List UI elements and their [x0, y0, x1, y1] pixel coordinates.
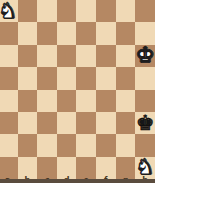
chess-board: ♞♚♚♞: [0, 0, 155, 179]
square-b3[interactable]: [18, 112, 38, 134]
square-g3[interactable]: [116, 112, 136, 134]
square-g8[interactable]: [116, 0, 136, 22]
square-h7[interactable]: [135, 22, 155, 44]
square-d3[interactable]: [57, 112, 77, 134]
square-g5[interactable]: [116, 67, 136, 89]
square-a6[interactable]: [0, 45, 18, 67]
square-b2[interactable]: [18, 134, 38, 156]
square-c3[interactable]: [37, 112, 57, 134]
square-b7[interactable]: [18, 22, 38, 44]
square-e2[interactable]: [76, 134, 96, 156]
square-h3[interactable]: ♚: [135, 112, 155, 134]
square-e4[interactable]: [76, 90, 96, 112]
square-f3[interactable]: [96, 112, 116, 134]
square-c2[interactable]: [37, 134, 57, 156]
square-a4[interactable]: [0, 90, 18, 112]
white-knight-piece[interactable]: ♞: [0, 1, 17, 22]
square-c8[interactable]: [37, 0, 57, 22]
square-e3[interactable]: [76, 112, 96, 134]
square-g7[interactable]: [116, 22, 136, 44]
square-h4[interactable]: [135, 90, 155, 112]
square-f6[interactable]: [96, 45, 116, 67]
square-d6[interactable]: [57, 45, 77, 67]
square-c7[interactable]: [37, 22, 57, 44]
square-d2[interactable]: [57, 134, 77, 156]
square-c6[interactable]: [37, 45, 57, 67]
square-a3[interactable]: [0, 112, 18, 134]
square-f7[interactable]: [96, 22, 116, 44]
square-f4[interactable]: [96, 90, 116, 112]
page-background: ♞♚♚♞ abcdefgh: [0, 0, 200, 200]
square-h2[interactable]: [135, 134, 155, 156]
square-b8[interactable]: [18, 0, 38, 22]
square-a5[interactable]: [0, 67, 18, 89]
square-e8[interactable]: [76, 0, 96, 22]
square-b4[interactable]: [18, 90, 38, 112]
square-a8[interactable]: ♞: [0, 0, 18, 22]
square-d4[interactable]: [57, 90, 77, 112]
square-b6[interactable]: [18, 45, 38, 67]
square-f2[interactable]: [96, 134, 116, 156]
white-king-piece[interactable]: ♚: [136, 45, 155, 66]
square-e5[interactable]: [76, 67, 96, 89]
square-g4[interactable]: [116, 90, 136, 112]
square-g2[interactable]: [116, 134, 136, 156]
square-f5[interactable]: [96, 67, 116, 89]
square-c4[interactable]: [37, 90, 57, 112]
black-king-piece[interactable]: ♚: [136, 113, 155, 134]
square-e6[interactable]: [76, 45, 96, 67]
square-h6[interactable]: ♚: [135, 45, 155, 67]
square-e7[interactable]: [76, 22, 96, 44]
square-b5[interactable]: [18, 67, 38, 89]
square-a7[interactable]: [0, 22, 18, 44]
square-d7[interactable]: [57, 22, 77, 44]
square-d5[interactable]: [57, 67, 77, 89]
square-c5[interactable]: [37, 67, 57, 89]
square-d8[interactable]: [57, 0, 77, 22]
square-a2[interactable]: [0, 134, 18, 156]
board-bottom-border: [0, 179, 155, 183]
square-g6[interactable]: [116, 45, 136, 67]
square-f8[interactable]: [96, 0, 116, 22]
square-h8[interactable]: [135, 0, 155, 22]
square-h5[interactable]: [135, 67, 155, 89]
